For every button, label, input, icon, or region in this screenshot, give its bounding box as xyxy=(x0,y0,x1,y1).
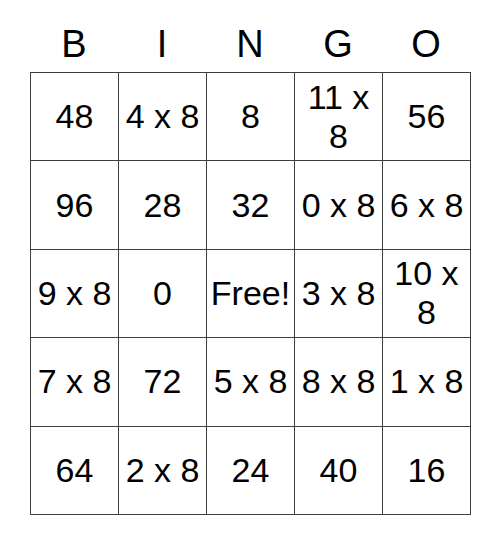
header-letter-i: I xyxy=(118,18,206,70)
cell-r2c4[interactable]: 10 x 8 xyxy=(383,250,471,338)
cell-r2c0[interactable]: 9 x 8 xyxy=(31,250,119,338)
cell-r4c2[interactable]: 24 xyxy=(207,427,295,515)
header-letter-g: G xyxy=(294,18,382,70)
header-letter-n: N xyxy=(206,18,294,70)
cell-r3c2[interactable]: 5 x 8 xyxy=(207,338,295,426)
cell-r4c1[interactable]: 2 x 8 xyxy=(119,427,207,515)
cell-r1c3[interactable]: 0 x 8 xyxy=(295,161,383,249)
cell-r0c4[interactable]: 56 xyxy=(383,73,471,161)
cell-r1c4[interactable]: 6 x 8 xyxy=(383,161,471,249)
cell-r4c0[interactable]: 64 xyxy=(31,427,119,515)
cell-r2c2-free[interactable]: Free! xyxy=(207,250,295,338)
bingo-board: 48 4 x 8 8 11 x 8 56 96 28 32 0 x 8 6 x … xyxy=(30,72,471,515)
cell-r1c0[interactable]: 96 xyxy=(31,161,119,249)
cell-r0c0[interactable]: 48 xyxy=(31,73,119,161)
cell-r3c0[interactable]: 7 x 8 xyxy=(31,338,119,426)
bingo-header: B I N G O xyxy=(30,18,470,70)
cell-r4c3[interactable]: 40 xyxy=(295,427,383,515)
header-letter-b: B xyxy=(30,18,118,70)
cell-r2c3[interactable]: 3 x 8 xyxy=(295,250,383,338)
cell-r4c4[interactable]: 16 xyxy=(383,427,471,515)
cell-r1c1[interactable]: 28 xyxy=(119,161,207,249)
cell-r3c1[interactable]: 72 xyxy=(119,338,207,426)
cell-r3c4[interactable]: 1 x 8 xyxy=(383,338,471,426)
cell-r3c3[interactable]: 8 x 8 xyxy=(295,338,383,426)
cell-r0c2[interactable]: 8 xyxy=(207,73,295,161)
header-letter-o: O xyxy=(382,18,470,70)
cell-r2c1[interactable]: 0 xyxy=(119,250,207,338)
cell-r0c1[interactable]: 4 x 8 xyxy=(119,73,207,161)
cell-r1c2[interactable]: 32 xyxy=(207,161,295,249)
cell-r0c3[interactable]: 11 x 8 xyxy=(295,73,383,161)
